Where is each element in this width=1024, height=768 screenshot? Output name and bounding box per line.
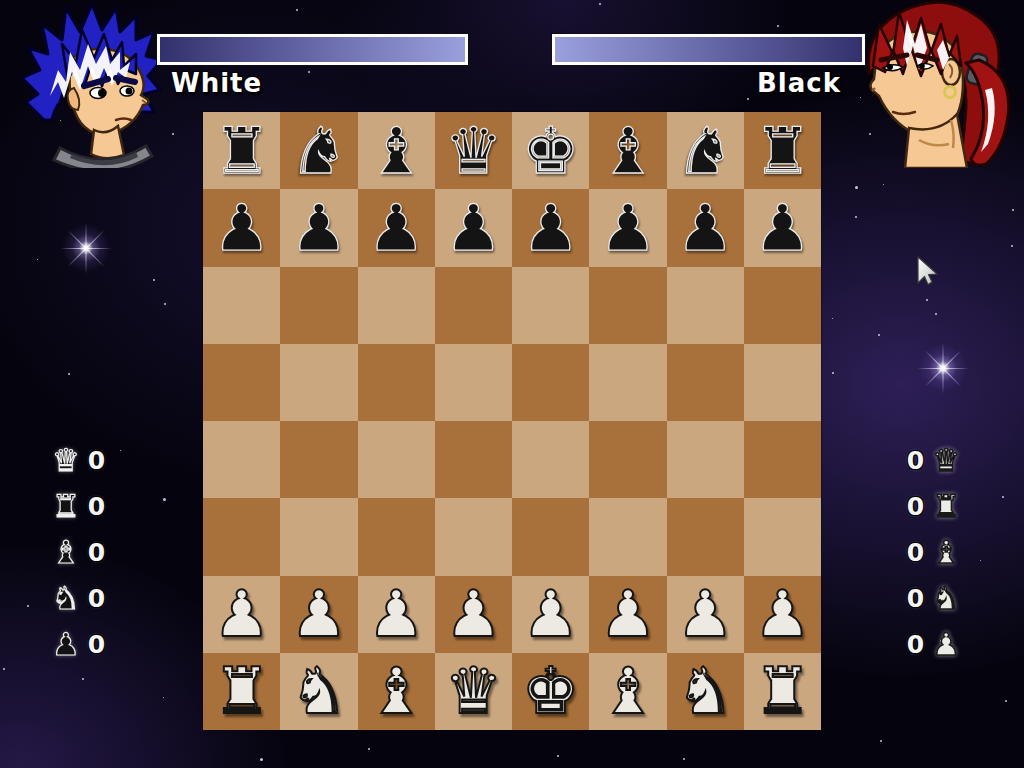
star — [172, 133, 174, 135]
square-a7[interactable]: ♟ — [203, 189, 280, 266]
square-e4[interactable] — [512, 421, 589, 498]
black-health-fill — [555, 37, 862, 62]
black-bishop-icon: ♝ — [52, 537, 80, 568]
square-b8[interactable]: ♞ — [280, 112, 357, 189]
captured-rook-row: ♜0 — [52, 483, 105, 529]
black-bishop[interactable]: ♝ — [599, 119, 656, 183]
star — [368, 748, 370, 750]
square-b1[interactable]: ♞ — [280, 653, 357, 730]
black-health-bar — [552, 34, 865, 65]
captured-queen-row: ♛0 — [52, 437, 105, 483]
black-player-avatar — [859, 0, 1024, 168]
captured-count: 0 — [907, 492, 924, 521]
star — [3, 668, 5, 670]
square-a4[interactable] — [203, 421, 280, 498]
star — [1011, 245, 1013, 247]
captured-count: 0 — [88, 538, 105, 567]
square-b7[interactable]: ♟ — [280, 189, 357, 266]
captured-by-black-panel: 0♛0♜0♝0♞0♟ — [907, 437, 960, 667]
star — [1005, 700, 1007, 702]
square-g3[interactable] — [667, 498, 744, 575]
square-a1[interactable]: ♜ — [203, 653, 280, 730]
square-f3[interactable] — [589, 498, 666, 575]
white-rook-icon: ♜ — [932, 491, 960, 522]
square-h5[interactable] — [744, 344, 821, 421]
black-rook[interactable]: ♜ — [213, 119, 270, 183]
star — [599, 3, 601, 5]
square-a6[interactable] — [203, 267, 280, 344]
square-b5[interactable] — [280, 344, 357, 421]
square-c5[interactable] — [358, 344, 435, 421]
white-knight-icon: ♞ — [932, 583, 960, 614]
black-bishop[interactable]: ♝ — [367, 119, 424, 183]
star — [1002, 496, 1004, 498]
square-h4[interactable] — [744, 421, 821, 498]
square-a5[interactable] — [203, 344, 280, 421]
black-king[interactable]: ♚ — [522, 119, 579, 183]
right-pupil — [919, 63, 925, 69]
captured-pawn-row: ♟0 — [52, 621, 105, 667]
square-a2[interactable]: ♟ — [203, 576, 280, 653]
captured-count: 0 — [88, 630, 105, 659]
captured-knight-row: 0♞ — [907, 575, 960, 621]
square-e1[interactable]: ♚ — [512, 653, 589, 730]
star — [27, 605, 29, 607]
black-knight[interactable]: ♞ — [676, 119, 733, 183]
square-c6[interactable] — [358, 267, 435, 344]
star — [832, 318, 833, 319]
star — [1012, 209, 1014, 211]
white-rook[interactable]: ♜ — [754, 659, 811, 723]
captured-count: 0 — [88, 584, 105, 613]
square-f8[interactable]: ♝ — [589, 112, 666, 189]
square-f2[interactable]: ♟ — [589, 576, 666, 653]
mouse-cursor-icon — [917, 256, 939, 287]
black-pawn[interactable]: ♟ — [290, 196, 347, 260]
square-d8[interactable]: ♛ — [435, 112, 512, 189]
star — [880, 740, 882, 742]
bright-star-flare — [60, 222, 112, 274]
square-f4[interactable] — [589, 421, 666, 498]
square-h8[interactable]: ♜ — [744, 112, 821, 189]
white-queen[interactable]: ♛ — [445, 659, 502, 723]
black-pawn[interactable]: ♟ — [367, 196, 424, 260]
star — [777, 25, 779, 27]
square-a3[interactable] — [203, 498, 280, 575]
white-health-fill — [160, 37, 465, 62]
square-b4[interactable] — [280, 421, 357, 498]
square-g7[interactable]: ♟ — [667, 189, 744, 266]
left-pupil — [887, 64, 893, 70]
square-b3[interactable] — [280, 498, 357, 575]
star — [68, 373, 70, 375]
square-c4[interactable] — [358, 421, 435, 498]
square-c7[interactable]: ♟ — [358, 189, 435, 266]
white-knight[interactable]: ♞ — [676, 659, 733, 723]
white-rook[interactable]: ♜ — [213, 659, 270, 723]
white-pawn[interactable]: ♟ — [754, 582, 811, 646]
white-bishop[interactable]: ♝ — [599, 659, 656, 723]
white-pawn[interactable]: ♟ — [522, 582, 579, 646]
white-pawn[interactable]: ♟ — [290, 582, 347, 646]
captured-by-white-panel: ♛0♜0♝0♞0♟0 — [52, 437, 105, 667]
captured-bishop-row: 0♝ — [907, 529, 960, 575]
white-pawn[interactable]: ♟ — [445, 582, 502, 646]
square-c2[interactable]: ♟ — [358, 576, 435, 653]
black-pawn[interactable]: ♟ — [522, 196, 579, 260]
captured-count: 0 — [907, 584, 924, 613]
square-f5[interactable] — [589, 344, 666, 421]
white-queen-icon: ♛ — [932, 445, 960, 476]
captured-count: 0 — [907, 538, 924, 567]
black-pawn-icon: ♟ — [52, 629, 80, 660]
star — [260, 758, 263, 761]
square-c8[interactable]: ♝ — [358, 112, 435, 189]
star — [832, 372, 834, 374]
star — [683, 758, 685, 760]
black-knight-icon: ♞ — [52, 583, 80, 614]
square-f6[interactable] — [589, 267, 666, 344]
square-d7[interactable]: ♟ — [435, 189, 512, 266]
black-knight[interactable]: ♞ — [290, 119, 347, 183]
chess-board[interactable]: ♜♞♝♛♚♝♞♜♟♟♟♟♟♟♟♟♟♟♟♟♟♟♟♟♜♞♝♛♚♝♞♜ — [203, 112, 821, 730]
black-rook[interactable]: ♜ — [754, 119, 811, 183]
star — [980, 560, 981, 561]
captured-queen-row: 0♛ — [907, 437, 960, 483]
square-h6[interactable] — [744, 267, 821, 344]
white-player-avatar — [14, 0, 166, 168]
square-h7[interactable]: ♟ — [744, 189, 821, 266]
square-e2[interactable]: ♟ — [512, 576, 589, 653]
star — [557, 755, 559, 757]
black-rook-icon: ♜ — [52, 491, 80, 522]
white-pawn[interactable]: ♟ — [213, 582, 270, 646]
captured-pawn-row: 0♟ — [907, 621, 960, 667]
square-g6[interactable] — [667, 267, 744, 344]
captured-knight-row: ♞0 — [52, 575, 105, 621]
square-h1[interactable]: ♜ — [744, 653, 821, 730]
square-d3[interactable] — [435, 498, 512, 575]
square-f1[interactable]: ♝ — [589, 653, 666, 730]
square-g8[interactable]: ♞ — [667, 112, 744, 189]
white-pawn[interactable]: ♟ — [367, 582, 424, 646]
square-h2[interactable]: ♟ — [744, 576, 821, 653]
square-c3[interactable] — [358, 498, 435, 575]
star — [37, 259, 38, 260]
bright-star-flare — [917, 342, 969, 394]
white-pawn-icon: ♟ — [932, 629, 960, 660]
white-player-label: White — [157, 68, 468, 98]
black-pawn[interactable]: ♟ — [599, 196, 656, 260]
star — [296, 9, 298, 11]
black-queen-icon: ♛ — [52, 445, 80, 476]
square-e6[interactable] — [512, 267, 589, 344]
black-pawn[interactable]: ♟ — [445, 196, 502, 260]
star — [926, 299, 928, 301]
white-pawn[interactable]: ♟ — [599, 582, 656, 646]
black-queen[interactable]: ♛ — [445, 119, 502, 183]
star — [747, 98, 749, 100]
square-d1[interactable]: ♛ — [435, 653, 512, 730]
star — [855, 216, 857, 218]
square-d5[interactable] — [435, 344, 512, 421]
star — [855, 186, 858, 189]
star — [163, 697, 164, 698]
star — [878, 334, 880, 336]
black-player-label: Black — [552, 68, 865, 98]
star — [153, 279, 155, 281]
star — [935, 313, 937, 315]
square-d2[interactable]: ♟ — [435, 576, 512, 653]
black-pawn[interactable]: ♟ — [754, 196, 811, 260]
square-b2[interactable]: ♟ — [280, 576, 357, 653]
white-pawn[interactable]: ♟ — [676, 582, 733, 646]
black-pawn[interactable]: ♟ — [213, 196, 270, 260]
square-c1[interactable]: ♝ — [358, 653, 435, 730]
captured-bishop-row: ♝0 — [52, 529, 105, 575]
square-b6[interactable] — [280, 267, 357, 344]
right-pupil — [126, 88, 133, 95]
captured-rook-row: 0♜ — [907, 483, 960, 529]
captured-count: 0 — [907, 446, 924, 475]
square-e3[interactable] — [512, 498, 589, 575]
square-d4[interactable] — [435, 421, 512, 498]
star — [883, 184, 884, 185]
square-a8[interactable]: ♜ — [203, 112, 280, 189]
star — [120, 450, 121, 451]
white-health-bar — [157, 34, 468, 65]
captured-count: 0 — [88, 446, 105, 475]
square-h3[interactable] — [744, 498, 821, 575]
white-king[interactable]: ♚ — [522, 659, 579, 723]
square-g5[interactable] — [667, 344, 744, 421]
square-g2[interactable]: ♟ — [667, 576, 744, 653]
white-bishop-icon: ♝ — [932, 537, 960, 568]
star — [163, 498, 166, 501]
square-d6[interactable] — [435, 267, 512, 344]
game-screen: White Black ♜♞♝♛♚♝♞♜♟♟♟♟♟♟♟♟♟♟♟♟♟♟♟♟♜♞♝♛… — [0, 0, 1024, 768]
star — [82, 678, 84, 680]
star — [164, 303, 166, 305]
square-e8[interactable]: ♚ — [512, 112, 589, 189]
square-e7[interactable]: ♟ — [512, 189, 589, 266]
neck — [91, 126, 124, 158]
square-g4[interactable] — [667, 421, 744, 498]
square-e5[interactable] — [512, 344, 589, 421]
left-pupil — [98, 89, 106, 97]
captured-count: 0 — [907, 630, 924, 659]
captured-count: 0 — [88, 492, 105, 521]
square-g1[interactable]: ♞ — [667, 653, 744, 730]
black-pawn[interactable]: ♟ — [676, 196, 733, 260]
white-bishop[interactable]: ♝ — [367, 659, 424, 723]
white-knight[interactable]: ♞ — [290, 659, 347, 723]
square-f7[interactable]: ♟ — [589, 189, 666, 266]
right-eyebrow — [116, 78, 135, 82]
